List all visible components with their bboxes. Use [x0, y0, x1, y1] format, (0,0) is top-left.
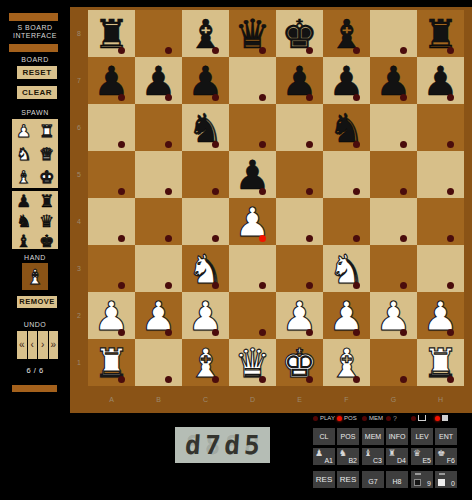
key-label: 0: [451, 480, 455, 487]
key-res[interactable]: RES: [313, 471, 335, 488]
key-cl[interactable]: CL: [313, 428, 335, 445]
square-sensor-dot: [447, 282, 454, 289]
square-sensor-dot: [212, 47, 219, 54]
piece-glyph: ♟: [16, 121, 31, 141]
display-move-text: d7d5: [174, 427, 272, 463]
piece-glyph: ♛: [39, 211, 54, 231]
square-c8[interactable]: ♝: [182, 10, 229, 57]
led-indicator-MEM: MEM: [362, 414, 383, 422]
square-sensor-dot: [259, 188, 266, 195]
square-sensor-dot: [212, 141, 219, 148]
key-label: RES: [313, 471, 335, 488]
square-a6[interactable]: [88, 104, 135, 151]
led-label: POS: [344, 415, 357, 421]
piece-glyph: ♛: [39, 144, 54, 164]
square-d3[interactable]: [229, 245, 276, 292]
led-indicator-open-square: [411, 414, 426, 422]
key-g7[interactable]: G7: [362, 471, 384, 488]
key-label: E5: [422, 457, 431, 464]
square-h6[interactable]: [417, 104, 464, 151]
piece-glyph: ♝: [16, 231, 31, 251]
key-label: G7: [362, 471, 384, 488]
sidebar-divider-bar: [9, 44, 58, 52]
square-sensor-dot: [353, 235, 360, 242]
square-sensor-dot: [353, 376, 360, 383]
chess-computer-interface: S BOARD INTERFACE BOARD RESET CLEAR SPAW…: [0, 0, 472, 500]
square-h4[interactable]: [417, 198, 464, 245]
square-sensor-dot: [353, 329, 360, 336]
led-lamp: [411, 416, 416, 421]
square-b3[interactable]: [135, 245, 182, 292]
spawn-white-bishop[interactable]: ♝: [12, 165, 35, 188]
square-sensor-dot: [165, 282, 172, 289]
key-res-2[interactable]: RES: [337, 471, 359, 488]
square-sensor-dot: [259, 376, 266, 383]
square-d5[interactable]: ♟: [229, 151, 276, 198]
file-label-a: A: [88, 386, 135, 413]
rank-label-3: 3: [70, 245, 88, 292]
square-a7[interactable]: ♟: [88, 57, 135, 104]
piece-glyph: ♜: [39, 191, 54, 211]
square-a1[interactable]: ♜: [88, 339, 135, 386]
square-h3[interactable]: [417, 245, 464, 292]
square-sensor-dot: [353, 141, 360, 148]
key-label: LEV: [411, 428, 433, 445]
square-sensor-dot: [400, 47, 407, 54]
square-g2[interactable]: ♟: [370, 292, 417, 339]
square-g8[interactable]: [370, 10, 417, 57]
square-sensor-dot: [306, 188, 313, 195]
square-c1[interactable]: ♝: [182, 339, 229, 386]
key-d4[interactable]: ♜D4: [386, 448, 408, 465]
spawn-white-queen[interactable]: ♛: [35, 142, 58, 165]
square-sensor-dot: [447, 376, 454, 383]
key-label: F6: [447, 457, 455, 464]
square-g3[interactable]: [370, 245, 417, 292]
key-label: C3: [373, 457, 382, 464]
led-lamp: [337, 416, 342, 421]
square-e4[interactable]: [276, 198, 323, 245]
square-sensor-dot: [165, 141, 172, 148]
file-label-e: E: [276, 386, 323, 413]
square-d8[interactable]: ♛: [229, 10, 276, 57]
square-sensor-dot: [259, 141, 266, 148]
key-label: INFO: [386, 428, 408, 445]
key-label: ENT: [435, 428, 457, 445]
square-sensor-dot: [118, 282, 125, 289]
key-label: MEM: [362, 428, 384, 445]
square-c4[interactable]: [182, 198, 229, 245]
square-sensor-dot: [212, 235, 219, 242]
square-f7[interactable]: ♟: [323, 57, 370, 104]
piece-glyph: ♝: [16, 167, 31, 187]
square-f3[interactable]: ♞: [323, 245, 370, 292]
square-sensor-dot: [306, 282, 313, 289]
undo-first-button[interactable]: «: [17, 331, 27, 359]
spawn-palette-white: ♟♜♞♛♝♚: [12, 119, 58, 188]
pawn-icon: ♟: [315, 448, 323, 458]
rank-label-8: 8: [70, 10, 88, 57]
square-c5[interactable]: [182, 151, 229, 198]
square-sensor-dot: [306, 329, 313, 336]
board-squares: ♜♝♛♚♝♜♟♟♟♟♟♟♟♞♞♟♟♞♞♟♟♟♟♟♟♟♜♝♛♚♝♜: [88, 10, 464, 386]
keypad: PLAYPOSMEM?CLPOSMEMINFOLEVENT♟A1♞B2♝C3♜D…: [313, 413, 463, 500]
led-indicator-?: ?: [386, 414, 397, 422]
key-label: POS: [337, 428, 359, 445]
square-sensor-dot: [353, 94, 360, 101]
led-lamp: [435, 416, 440, 421]
square-c2[interactable]: ♟: [182, 292, 229, 339]
square-b8[interactable]: [135, 10, 182, 57]
square-sensor-dot: [118, 329, 125, 336]
square-a3[interactable]: [88, 245, 135, 292]
square-f5[interactable]: [323, 151, 370, 198]
square-e7[interactable]: ♟: [276, 57, 323, 104]
led-lamp: [313, 416, 318, 421]
spawn-section-label: SPAWN: [0, 109, 70, 116]
piece-glyph: ♟: [16, 191, 31, 211]
queen-icon: ♛: [413, 448, 421, 458]
square-d4[interactable]: ♟: [229, 198, 276, 245]
square-sensor-dot: [165, 376, 172, 383]
undo-section-label: UNDO: [0, 321, 70, 328]
file-label-c: C: [182, 386, 229, 413]
square-sensor-dot: [306, 47, 313, 54]
square-sensor-dot: [447, 94, 454, 101]
square-sensor-dot: [118, 235, 125, 242]
spawn-palette-black: ♟♜♞♛♝♚: [12, 191, 58, 249]
key-label: CL: [313, 428, 335, 445]
square-sensor-dot: [165, 188, 172, 195]
move-display: 8888 d7d5: [175, 427, 270, 463]
reset-button[interactable]: RESET: [17, 66, 57, 79]
square-sensor-dot: [118, 47, 125, 54]
square-b6[interactable]: [135, 104, 182, 151]
square-a2[interactable]: ♟: [88, 292, 135, 339]
square-c6[interactable]: ♞: [182, 104, 229, 151]
file-label-d: D: [229, 386, 276, 413]
spawn-black-king[interactable]: ♚: [35, 231, 58, 251]
square-g1[interactable]: [370, 339, 417, 386]
rook-icon: ♜: [388, 448, 396, 458]
square-sensor-dot: [259, 282, 266, 289]
hand-section-label: HAND: [0, 254, 70, 261]
square-sensor-dot: [118, 94, 125, 101]
square-sensor-dot: [353, 47, 360, 54]
sidebar-divider-bar: [12, 385, 57, 392]
square-a8[interactable]: ♜: [88, 10, 135, 57]
square-sensor-dot: [259, 47, 266, 54]
square-sensor-dot: [165, 94, 172, 101]
square-sensor-dot: [400, 141, 407, 148]
square-e3[interactable]: [276, 245, 323, 292]
rank-label-6: 6: [70, 104, 88, 151]
square-sensor-dot: [306, 235, 313, 242]
spawn-black-knight[interactable]: ♞: [12, 211, 35, 231]
white-square-icon: [438, 479, 445, 486]
led-indicator-POS: POS: [337, 414, 357, 422]
square-h8[interactable]: ♜: [417, 10, 464, 57]
key-pos[interactable]: POS: [337, 428, 359, 445]
square-f2[interactable]: ♟: [323, 292, 370, 339]
key-9[interactable]: 9: [411, 471, 433, 488]
square-d6[interactable]: [229, 104, 276, 151]
bishop-icon: ♝: [364, 448, 372, 458]
key-e5[interactable]: ♛E5: [411, 448, 433, 465]
rank-label-5: 5: [70, 151, 88, 198]
square-sensor-dot: [165, 329, 172, 336]
key-label: D4: [397, 457, 406, 464]
clear-button[interactable]: CLEAR: [17, 86, 57, 99]
chess-board: 87654321 ♜♝♛♚♝♜♟♟♟♟♟♟♟♞♞♟♟♞♞♟♟♟♟♟♟♟♜♝♛♚♝…: [70, 7, 472, 413]
square-sensor-dot: [400, 282, 407, 289]
square-e5[interactable]: [276, 151, 323, 198]
spawn-black-pawn[interactable]: ♟: [12, 191, 35, 211]
square-e8[interactable]: ♚: [276, 10, 323, 57]
undo-back-button[interactable]: ‹: [28, 331, 38, 359]
square-sensor-dot: [306, 141, 313, 148]
spawn-black-bishop[interactable]: ♝: [12, 231, 35, 251]
square-sensor-dot: [306, 376, 313, 383]
square-d2[interactable]: [229, 292, 276, 339]
square-sensor-dot: [447, 188, 454, 195]
square-sensor-dot: [259, 94, 266, 101]
led-lamp: [362, 416, 367, 421]
square-b4[interactable]: [135, 198, 182, 245]
square-sensor-dot: [212, 282, 219, 289]
filled-square-icon: [442, 415, 448, 421]
square-sensor-dot: [400, 376, 407, 383]
square-sensor-dot-active: [259, 235, 266, 242]
square-g5[interactable]: [370, 151, 417, 198]
square-sensor-dot: [212, 94, 219, 101]
key-h8[interactable]: H8: [386, 471, 408, 488]
led-label: ?: [393, 415, 397, 422]
board-section-label: BOARD: [0, 56, 70, 63]
side-dash-icon: [415, 473, 421, 475]
piece-glyph: ♜: [39, 121, 54, 141]
square-sensor-dot: [447, 329, 454, 336]
app-title-line2: INTERFACE: [0, 32, 70, 39]
key-a1[interactable]: ♟A1: [313, 448, 335, 465]
square-sensor-dot: [400, 94, 407, 101]
square-h7[interactable]: ♟: [417, 57, 464, 104]
key-lev[interactable]: LEV: [411, 428, 433, 445]
piece-glyph: ♚: [39, 231, 54, 251]
black-square-icon: [414, 479, 421, 486]
square-sensor-dot: [118, 376, 125, 383]
remove-button[interactable]: REMOVE: [17, 296, 57, 308]
spawn-white-knight[interactable]: ♞: [12, 142, 35, 165]
key-f6[interactable]: ♚F6: [435, 448, 457, 465]
square-sensor-dot: [447, 47, 454, 54]
square-sensor-dot: [400, 188, 407, 195]
rank-label-2: 2: [70, 292, 88, 339]
square-f1[interactable]: ♝: [323, 339, 370, 386]
square-c3[interactable]: ♞: [182, 245, 229, 292]
square-sensor-dot: [212, 376, 219, 383]
square-a4[interactable]: [88, 198, 135, 245]
hand-piece-white-bishop: ♝: [26, 265, 44, 289]
spawn-white-pawn[interactable]: ♟: [12, 119, 35, 142]
square-sensor-dot: [212, 329, 219, 336]
square-g4[interactable]: [370, 198, 417, 245]
undo-counter: 6 / 6: [0, 366, 70, 375]
square-sensor-dot: [165, 235, 172, 242]
square-e1[interactable]: ♚: [276, 339, 323, 386]
key-c3[interactable]: ♝C3: [362, 448, 384, 465]
square-a5[interactable]: [88, 151, 135, 198]
key-ent[interactable]: ENT: [435, 428, 457, 445]
undo-forward-button[interactable]: ›: [38, 331, 48, 359]
led-indicator-filled-square: [435, 414, 448, 422]
square-h2[interactable]: ♟: [417, 292, 464, 339]
square-sensor-dot: [353, 188, 360, 195]
square-d1[interactable]: ♛: [229, 339, 276, 386]
file-label-g: G: [370, 386, 417, 413]
open-square-icon: [418, 415, 426, 421]
spawn-white-king[interactable]: ♚: [35, 165, 58, 188]
key-info[interactable]: INFO: [386, 428, 408, 445]
piece-glyph: ♞: [16, 211, 31, 231]
file-label-h: H: [417, 386, 464, 413]
file-label-b: B: [135, 386, 182, 413]
piece-glyph: ♚: [39, 167, 54, 187]
key-label: RES: [337, 471, 359, 488]
square-h5[interactable]: [417, 151, 464, 198]
led-label: PLAY: [320, 415, 335, 421]
key-label: H8: [386, 471, 408, 488]
square-sensor-dot: [447, 235, 454, 242]
square-e2[interactable]: ♟: [276, 292, 323, 339]
square-sensor-dot: [212, 188, 219, 195]
square-sensor-dot: [118, 188, 125, 195]
key-label: A1: [324, 457, 333, 464]
side-dash-icon: [439, 473, 445, 475]
file-label-f: F: [323, 386, 370, 413]
square-f4[interactable]: [323, 198, 370, 245]
key-label: B2: [348, 457, 357, 464]
square-f6[interactable]: ♞: [323, 104, 370, 151]
square-b7[interactable]: ♟: [135, 57, 182, 104]
rank-label-7: 7: [70, 57, 88, 104]
sidebar-divider-bar: [9, 13, 58, 21]
square-sensor-dot: [400, 329, 407, 336]
key-label: 9: [427, 480, 431, 487]
spawn-black-queen[interactable]: ♛: [35, 211, 58, 231]
key-b2[interactable]: ♞B2: [337, 448, 359, 465]
key-0[interactable]: 0: [435, 471, 457, 488]
knight-icon: ♞: [339, 448, 347, 458]
square-f8[interactable]: ♝: [323, 10, 370, 57]
square-g6[interactable]: [370, 104, 417, 151]
king-icon: ♚: [437, 448, 445, 458]
square-b2[interactable]: ♟: [135, 292, 182, 339]
spawn-white-rook[interactable]: ♜: [35, 119, 58, 142]
key-mem[interactable]: MEM: [362, 428, 384, 445]
square-sensor-dot: [259, 329, 266, 336]
square-sensor-dot: [447, 141, 454, 148]
rank-label-1: 1: [70, 339, 88, 386]
undo-controls: «‹›»: [17, 331, 58, 359]
square-d7[interactable]: [229, 57, 276, 104]
square-h1[interactable]: ♜: [417, 339, 464, 386]
led-indicator-PLAY: PLAY: [313, 414, 335, 422]
square-sensor-dot: [400, 235, 407, 242]
piece-glyph: ♞: [16, 144, 31, 164]
square-sensor-dot: [118, 141, 125, 148]
hand-piece-slot[interactable]: ♝: [22, 263, 48, 290]
square-c7[interactable]: ♟: [182, 57, 229, 104]
app-title-line1: S BOARD: [0, 24, 70, 31]
square-b5[interactable]: [135, 151, 182, 198]
square-sensor-dot: [165, 47, 172, 54]
led-lamp: [386, 416, 391, 421]
spawn-black-rook[interactable]: ♜: [35, 191, 58, 211]
square-sensor-dot: [353, 282, 360, 289]
square-e6[interactable]: [276, 104, 323, 151]
rank-label-4: 4: [70, 198, 88, 245]
undo-last-button[interactable]: »: [49, 331, 59, 359]
square-b1[interactable]: [135, 339, 182, 386]
square-g7[interactable]: ♟: [370, 57, 417, 104]
square-sensor-dot: [306, 94, 313, 101]
led-label: MEM: [369, 415, 383, 421]
